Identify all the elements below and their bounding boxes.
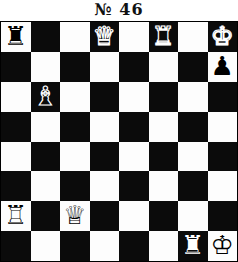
square-d7 bbox=[90, 52, 120, 82]
square-e3 bbox=[119, 171, 149, 201]
square-c2: ♕ bbox=[60, 201, 90, 231]
square-d3 bbox=[90, 171, 120, 201]
square-d6 bbox=[90, 82, 120, 112]
square-c3 bbox=[60, 171, 90, 201]
square-g6 bbox=[178, 82, 208, 112]
square-b3 bbox=[31, 171, 61, 201]
square-c8 bbox=[60, 22, 90, 52]
square-e5 bbox=[119, 112, 149, 142]
square-e6 bbox=[119, 82, 149, 112]
black-rook-f8: ♜ bbox=[152, 23, 175, 49]
square-f7 bbox=[149, 52, 179, 82]
square-c1 bbox=[60, 231, 90, 261]
square-g3 bbox=[178, 171, 208, 201]
white-rook-a2: ♖ bbox=[4, 202, 27, 228]
square-g4 bbox=[178, 142, 208, 172]
square-e1 bbox=[119, 231, 149, 261]
square-d1 bbox=[90, 231, 120, 261]
black-king-h8: ♚ bbox=[211, 23, 234, 49]
black-pawn-h7: ♟ bbox=[211, 53, 234, 79]
square-f6 bbox=[149, 82, 179, 112]
square-e2 bbox=[119, 201, 149, 231]
square-h6 bbox=[208, 82, 238, 112]
square-a8: ♜ bbox=[1, 22, 31, 52]
square-b6: ♝ bbox=[31, 82, 61, 112]
square-g1: ♜ bbox=[178, 231, 208, 261]
square-h4 bbox=[208, 142, 238, 172]
square-c7 bbox=[60, 52, 90, 82]
square-f1 bbox=[149, 231, 179, 261]
square-a7 bbox=[1, 52, 31, 82]
square-f2 bbox=[149, 201, 179, 231]
square-a3 bbox=[1, 171, 31, 201]
white-king-h1: ♔ bbox=[211, 232, 234, 258]
square-a6 bbox=[1, 82, 31, 112]
square-a4 bbox=[1, 142, 31, 172]
square-g8 bbox=[178, 22, 208, 52]
square-e7 bbox=[119, 52, 149, 82]
white-rook-g1: ♜ bbox=[181, 232, 204, 258]
square-g7 bbox=[178, 52, 208, 82]
square-d8: ♛ bbox=[90, 22, 120, 52]
diagram-number: № 46 bbox=[0, 0, 238, 21]
square-a2: ♖ bbox=[1, 201, 31, 231]
square-f3 bbox=[149, 171, 179, 201]
square-e8 bbox=[119, 22, 149, 52]
square-f8: ♜ bbox=[149, 22, 179, 52]
square-h8: ♚ bbox=[208, 22, 238, 52]
square-f5 bbox=[149, 112, 179, 142]
square-c4 bbox=[60, 142, 90, 172]
square-b2 bbox=[31, 201, 61, 231]
square-c6 bbox=[60, 82, 90, 112]
square-a1 bbox=[1, 231, 31, 261]
black-queen-d8: ♛ bbox=[93, 23, 116, 49]
chess-board: ♜♛♜♚♟♝♖♕♜♔ bbox=[0, 21, 238, 262]
square-b8 bbox=[31, 22, 61, 52]
square-d4 bbox=[90, 142, 120, 172]
square-f4 bbox=[149, 142, 179, 172]
square-e4 bbox=[119, 142, 149, 172]
black-rook-a8: ♜ bbox=[4, 23, 27, 49]
square-d5 bbox=[90, 112, 120, 142]
square-h1: ♔ bbox=[208, 231, 238, 261]
square-h3 bbox=[208, 171, 238, 201]
square-a5 bbox=[1, 112, 31, 142]
square-b7 bbox=[31, 52, 61, 82]
white-queen-c2: ♕ bbox=[63, 202, 86, 228]
square-b4 bbox=[31, 142, 61, 172]
square-h2 bbox=[208, 201, 238, 231]
square-h5 bbox=[208, 112, 238, 142]
square-g2 bbox=[178, 201, 208, 231]
square-b1 bbox=[31, 231, 61, 261]
black-bishop-b6: ♝ bbox=[34, 83, 57, 109]
square-b5 bbox=[31, 112, 61, 142]
square-g5 bbox=[178, 112, 208, 142]
square-c5 bbox=[60, 112, 90, 142]
square-h7: ♟ bbox=[208, 52, 238, 82]
square-d2 bbox=[90, 201, 120, 231]
